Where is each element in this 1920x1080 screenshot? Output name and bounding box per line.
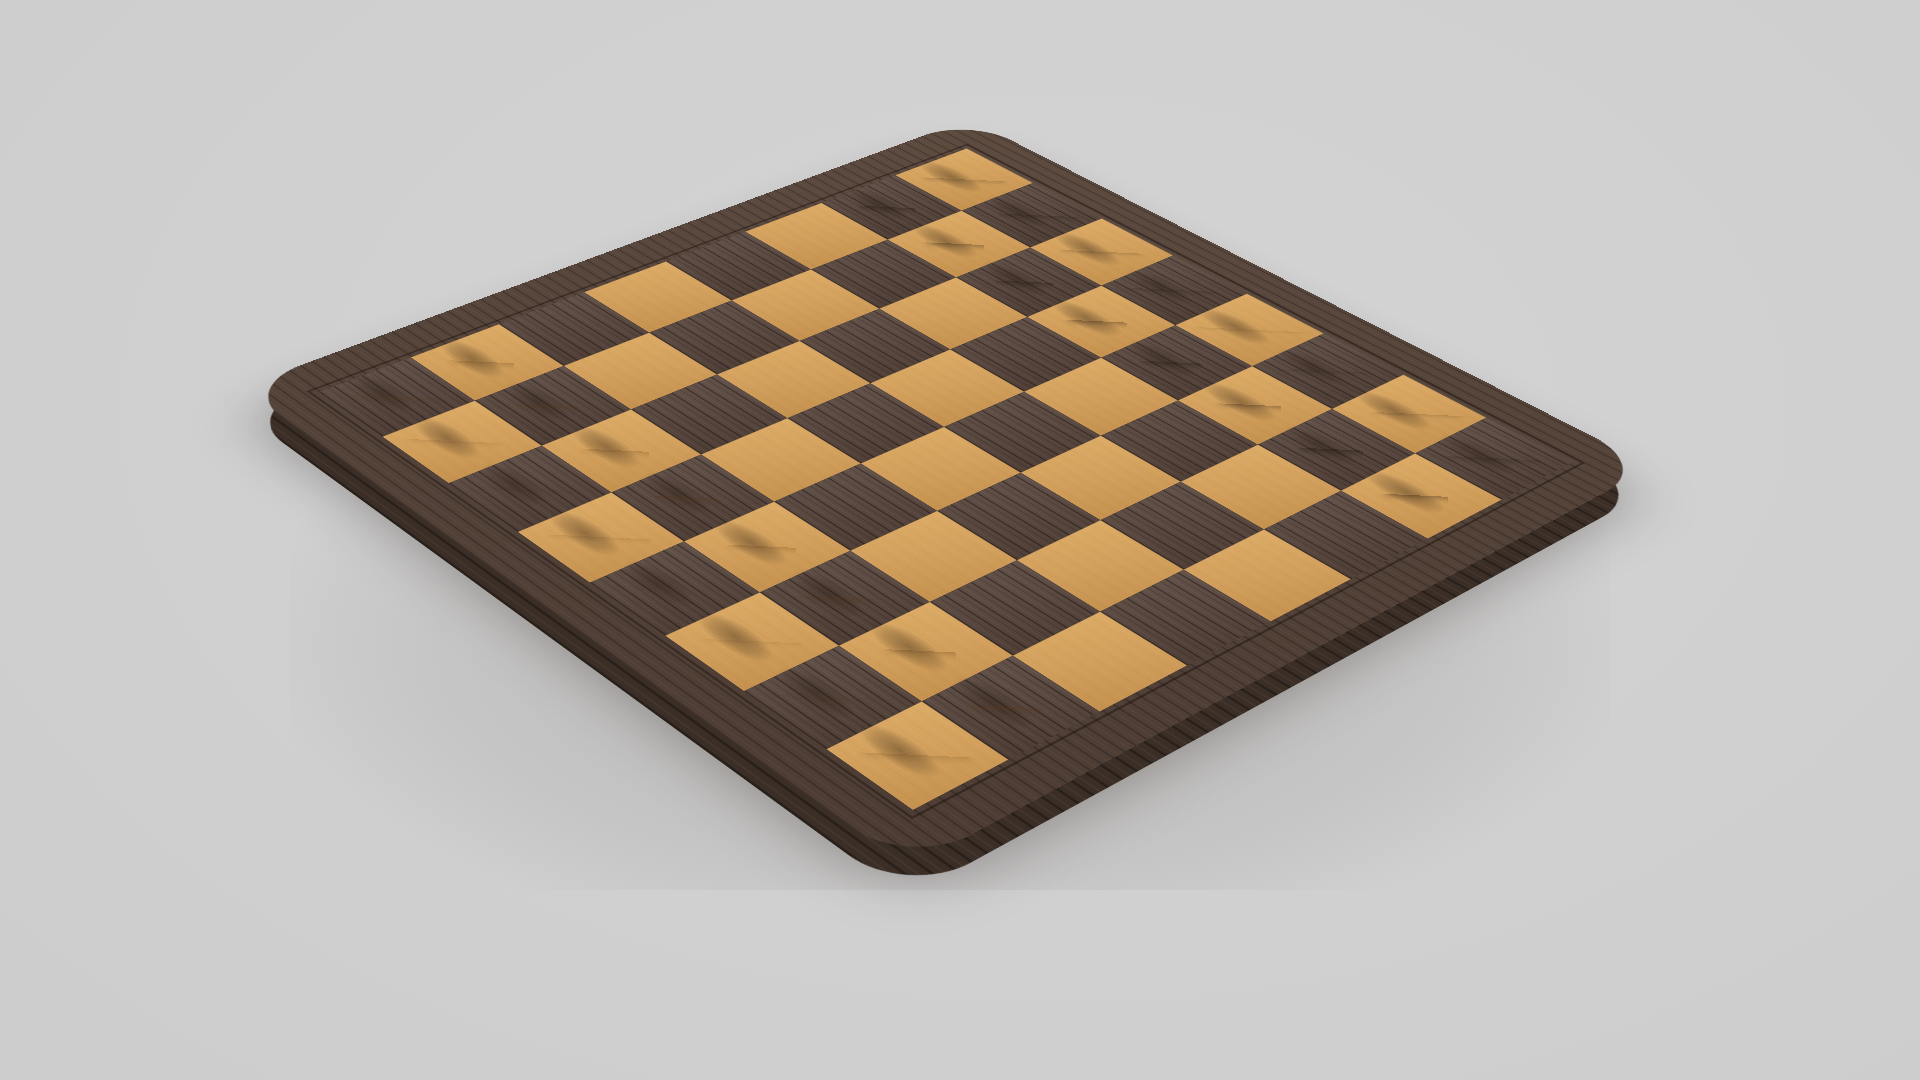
square-f5[interactable]: [1021, 436, 1181, 520]
board-tilt-wrapper: ♜♞♟♝♟♛♟♚♟♝♟♞♟♟♜♟♟♜♟♟♞♟♝♟♛♟♚♟♝♟♞♜: [421, 0, 1467, 950]
board-grid: ♜♞♟♝♟♛♟♚♟♝♟♞♟♟♜♟♟♜♟♟♞♟♝♟♛♟♚♟♝♟♞♜: [319, 149, 1573, 811]
scene-background: ♜♞♟♝♟♛♟♚♟♝♟♞♟♟♜♟♟♜♟♟♞♟♝♟♛♟♚♟♝♟♞♜: [0, 0, 1920, 1080]
